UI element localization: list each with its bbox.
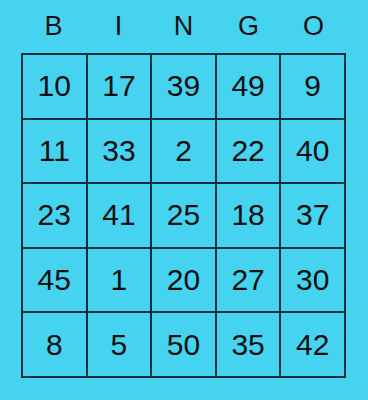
bingo-header-row: B I N G O [21, 0, 346, 53]
header-letter-n: N [151, 0, 216, 53]
bingo-cell[interactable]: 20 [152, 249, 215, 312]
bingo-cell[interactable]: 5 [88, 313, 151, 376]
bingo-card: B I N G O 101739499113322240234125183745… [0, 0, 368, 400]
header-letter-i: I [86, 0, 151, 53]
bingo-cell[interactable]: 10 [23, 55, 86, 118]
bingo-cell[interactable]: 9 [281, 55, 344, 118]
bingo-cell[interactable]: 45 [23, 249, 86, 312]
bingo-grid: 1017394991133222402341251837451202730855… [21, 53, 346, 378]
bingo-cell[interactable]: 18 [217, 184, 280, 247]
bingo-cell[interactable]: 50 [152, 313, 215, 376]
bingo-cell[interactable]: 41 [88, 184, 151, 247]
header-letter-b: B [21, 0, 86, 53]
bingo-cell[interactable]: 1 [88, 249, 151, 312]
bingo-cell[interactable]: 33 [88, 120, 151, 183]
bingo-cell[interactable]: 17 [88, 55, 151, 118]
bingo-cell[interactable]: 22 [217, 120, 280, 183]
bingo-cell[interactable]: 27 [217, 249, 280, 312]
bingo-cell[interactable]: 2 [152, 120, 215, 183]
bingo-cell[interactable]: 37 [281, 184, 344, 247]
header-letter-g: G [216, 0, 281, 53]
bingo-cell[interactable]: 49 [217, 55, 280, 118]
header-letter-o: O [281, 0, 346, 53]
bingo-cell[interactable]: 40 [281, 120, 344, 183]
bingo-cell[interactable]: 30 [281, 249, 344, 312]
bingo-cell[interactable]: 25 [152, 184, 215, 247]
bingo-cell[interactable]: 11 [23, 120, 86, 183]
bingo-cell[interactable]: 42 [281, 313, 344, 376]
bingo-cell[interactable]: 39 [152, 55, 215, 118]
bingo-cell[interactable]: 35 [217, 313, 280, 376]
bingo-cell[interactable]: 23 [23, 184, 86, 247]
bingo-cell[interactable]: 8 [23, 313, 86, 376]
